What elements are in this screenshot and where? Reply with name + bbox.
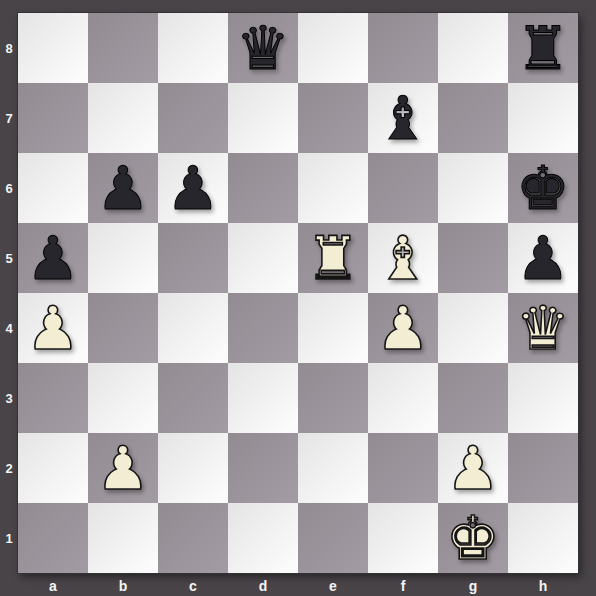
file-label-a: a bbox=[18, 573, 88, 596]
file-labels: abcdefgh bbox=[18, 573, 578, 596]
square-d6[interactable] bbox=[228, 153, 298, 223]
square-d2[interactable] bbox=[228, 433, 298, 503]
square-b1[interactable] bbox=[88, 503, 158, 573]
square-c2[interactable] bbox=[158, 433, 228, 503]
square-f5[interactable]: ♝ bbox=[368, 223, 438, 293]
square-d1[interactable] bbox=[228, 503, 298, 573]
file-label-b: b bbox=[88, 573, 158, 596]
square-c6[interactable]: ♟ bbox=[158, 153, 228, 223]
square-d8[interactable]: ♛ bbox=[228, 13, 298, 83]
file-label-e: e bbox=[298, 573, 368, 596]
square-h5[interactable]: ♟ bbox=[508, 223, 578, 293]
square-b2[interactable]: ♟ bbox=[88, 433, 158, 503]
piece-black-queen[interactable]: ♛ bbox=[236, 18, 290, 78]
board: ♛♜♝♟♟♚♟♜♝♟♟♟♛♟♟♚ bbox=[18, 13, 578, 573]
square-g7[interactable] bbox=[438, 83, 508, 153]
square-h1[interactable] bbox=[508, 503, 578, 573]
file-label-h: h bbox=[508, 573, 578, 596]
file-label-c: c bbox=[158, 573, 228, 596]
square-f4[interactable]: ♟ bbox=[368, 293, 438, 363]
chessboard-frame: 87654321 ♛♜♝♟♟♚♟♜♝♟♟♟♛♟♟♚ abcdefgh bbox=[0, 0, 596, 596]
square-d7[interactable] bbox=[228, 83, 298, 153]
square-e2[interactable] bbox=[298, 433, 368, 503]
square-g3[interactable] bbox=[438, 363, 508, 433]
square-f7[interactable]: ♝ bbox=[368, 83, 438, 153]
piece-white-rook[interactable]: ♜ bbox=[306, 228, 360, 288]
square-e4[interactable] bbox=[298, 293, 368, 363]
square-g8[interactable] bbox=[438, 13, 508, 83]
square-a8[interactable] bbox=[18, 13, 88, 83]
square-c7[interactable] bbox=[158, 83, 228, 153]
square-f8[interactable] bbox=[368, 13, 438, 83]
piece-white-bishop[interactable]: ♝ bbox=[376, 228, 430, 288]
square-h2[interactable] bbox=[508, 433, 578, 503]
square-h3[interactable] bbox=[508, 363, 578, 433]
piece-black-king[interactable]: ♚ bbox=[516, 158, 570, 218]
square-h4[interactable]: ♛ bbox=[508, 293, 578, 363]
square-h6[interactable]: ♚ bbox=[508, 153, 578, 223]
square-f6[interactable] bbox=[368, 153, 438, 223]
square-b7[interactable] bbox=[88, 83, 158, 153]
square-c3[interactable] bbox=[158, 363, 228, 433]
square-a6[interactable] bbox=[18, 153, 88, 223]
piece-black-pawn[interactable]: ♟ bbox=[516, 228, 570, 288]
square-h7[interactable] bbox=[508, 83, 578, 153]
square-f3[interactable] bbox=[368, 363, 438, 433]
piece-white-pawn[interactable]: ♟ bbox=[446, 438, 500, 498]
square-h8[interactable]: ♜ bbox=[508, 13, 578, 83]
square-d3[interactable] bbox=[228, 363, 298, 433]
square-b6[interactable]: ♟ bbox=[88, 153, 158, 223]
rank-label-8: 8 bbox=[0, 13, 18, 83]
piece-black-bishop[interactable]: ♝ bbox=[376, 88, 430, 148]
square-a1[interactable] bbox=[18, 503, 88, 573]
square-c4[interactable] bbox=[158, 293, 228, 363]
piece-black-pawn[interactable]: ♟ bbox=[26, 228, 80, 288]
rank-label-7: 7 bbox=[0, 83, 18, 153]
file-label-g: g bbox=[438, 573, 508, 596]
piece-white-king[interactable]: ♚ bbox=[446, 508, 500, 568]
square-e5[interactable]: ♜ bbox=[298, 223, 368, 293]
rank-label-2: 2 bbox=[0, 433, 18, 503]
file-label-f: f bbox=[368, 573, 438, 596]
rank-label-3: 3 bbox=[0, 363, 18, 433]
piece-black-pawn[interactable]: ♟ bbox=[96, 158, 150, 218]
square-e8[interactable] bbox=[298, 13, 368, 83]
square-c1[interactable] bbox=[158, 503, 228, 573]
square-d5[interactable] bbox=[228, 223, 298, 293]
square-d4[interactable] bbox=[228, 293, 298, 363]
square-a5[interactable]: ♟ bbox=[18, 223, 88, 293]
rank-labels: 87654321 bbox=[0, 13, 18, 573]
piece-white-pawn[interactable]: ♟ bbox=[96, 438, 150, 498]
square-g6[interactable] bbox=[438, 153, 508, 223]
square-f1[interactable] bbox=[368, 503, 438, 573]
square-e7[interactable] bbox=[298, 83, 368, 153]
square-f2[interactable] bbox=[368, 433, 438, 503]
square-c5[interactable] bbox=[158, 223, 228, 293]
file-label-d: d bbox=[228, 573, 298, 596]
square-b3[interactable] bbox=[88, 363, 158, 433]
square-g2[interactable]: ♟ bbox=[438, 433, 508, 503]
square-e3[interactable] bbox=[298, 363, 368, 433]
square-a2[interactable] bbox=[18, 433, 88, 503]
piece-white-pawn[interactable]: ♟ bbox=[376, 298, 430, 358]
square-a4[interactable]: ♟ bbox=[18, 293, 88, 363]
piece-black-rook[interactable]: ♜ bbox=[516, 18, 570, 78]
square-g5[interactable] bbox=[438, 223, 508, 293]
square-b4[interactable] bbox=[88, 293, 158, 363]
piece-white-queen[interactable]: ♛ bbox=[516, 298, 570, 358]
square-e6[interactable] bbox=[298, 153, 368, 223]
piece-black-pawn[interactable]: ♟ bbox=[166, 158, 220, 218]
square-a7[interactable] bbox=[18, 83, 88, 153]
square-g4[interactable] bbox=[438, 293, 508, 363]
square-a3[interactable] bbox=[18, 363, 88, 433]
square-e1[interactable] bbox=[298, 503, 368, 573]
square-c8[interactable] bbox=[158, 13, 228, 83]
piece-white-pawn[interactable]: ♟ bbox=[26, 298, 80, 358]
square-b8[interactable] bbox=[88, 13, 158, 83]
square-g1[interactable]: ♚ bbox=[438, 503, 508, 573]
rank-label-5: 5 bbox=[0, 223, 18, 293]
rank-label-1: 1 bbox=[0, 503, 18, 573]
rank-label-4: 4 bbox=[0, 293, 18, 363]
rank-label-6: 6 bbox=[0, 153, 18, 223]
square-b5[interactable] bbox=[88, 223, 158, 293]
